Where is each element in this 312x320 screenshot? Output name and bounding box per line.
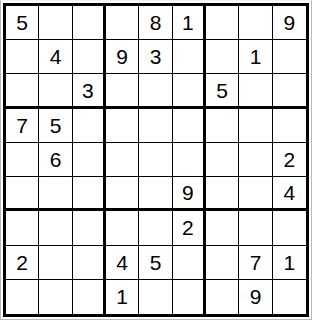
cell-r9c3-empty[interactable]: [73, 280, 106, 314]
cell-r1c5-given: 8: [139, 6, 172, 40]
cell-r3c3-given: 3: [73, 74, 106, 108]
cell-r5c6-empty[interactable]: [173, 143, 206, 177]
cell-r1c8-empty[interactable]: [239, 6, 272, 40]
cell-r4c1-given: 7: [6, 109, 39, 143]
cell-r2c5-given: 3: [139, 40, 172, 74]
cell-r6c8-empty[interactable]: [239, 177, 272, 211]
cell-r2c9-empty[interactable]: [273, 40, 306, 74]
cell-r9c2-empty[interactable]: [39, 280, 72, 314]
cell-r1c7-empty[interactable]: [206, 6, 239, 40]
cell-r7c2-empty[interactable]: [39, 211, 72, 245]
cell-r7c6-given: 2: [173, 211, 206, 245]
cell-r2c6-empty[interactable]: [173, 40, 206, 74]
cell-r3c5-empty[interactable]: [139, 74, 172, 108]
cell-r8c3-empty[interactable]: [73, 246, 106, 280]
cell-r4c6-empty[interactable]: [173, 109, 206, 143]
cell-r6c7-empty[interactable]: [206, 177, 239, 211]
cell-r5c8-empty[interactable]: [239, 143, 272, 177]
cell-r8c9-given: 1: [273, 246, 306, 280]
cell-r1c3-empty[interactable]: [73, 6, 106, 40]
cell-r4c5-empty[interactable]: [139, 109, 172, 143]
cell-r3c8-empty[interactable]: [239, 74, 272, 108]
cell-r7c5-empty[interactable]: [139, 211, 172, 245]
cell-r2c1-empty[interactable]: [6, 40, 39, 74]
cell-r5c9-given: 2: [273, 143, 306, 177]
cell-r3c2-empty[interactable]: [39, 74, 72, 108]
cell-r9c1-empty[interactable]: [6, 280, 39, 314]
cell-r8c7-empty[interactable]: [206, 246, 239, 280]
cell-r1c9-given: 9: [273, 6, 306, 40]
cell-r2c8-given: 1: [239, 40, 272, 74]
cell-r9c4-given: 1: [106, 280, 139, 314]
cell-r3c1-empty[interactable]: [6, 74, 39, 108]
cell-r4c7-empty[interactable]: [206, 109, 239, 143]
cell-r6c9-given: 4: [273, 177, 306, 211]
cell-r7c4-empty[interactable]: [106, 211, 139, 245]
sudoku-frame: 581949313575629422457119: [0, 0, 312, 320]
cell-r5c2-given: 6: [39, 143, 72, 177]
cell-r6c5-empty[interactable]: [139, 177, 172, 211]
cell-r2c2-given: 4: [39, 40, 72, 74]
cell-r7c1-empty[interactable]: [6, 211, 39, 245]
cell-r8c5-given: 5: [139, 246, 172, 280]
cell-r2c7-empty[interactable]: [206, 40, 239, 74]
cell-r7c3-empty[interactable]: [73, 211, 106, 245]
cell-r1c2-empty[interactable]: [39, 6, 72, 40]
cell-r8c1-given: 2: [6, 246, 39, 280]
cell-r4c8-empty[interactable]: [239, 109, 272, 143]
cell-r1c6-given: 1: [173, 6, 206, 40]
cell-r9c5-empty[interactable]: [139, 280, 172, 314]
cell-r9c9-empty[interactable]: [273, 280, 306, 314]
cell-r6c1-empty[interactable]: [6, 177, 39, 211]
sudoku-board: 581949313575629422457119: [3, 3, 309, 317]
cell-r3c9-empty[interactable]: [273, 74, 306, 108]
cell-r5c1-empty[interactable]: [6, 143, 39, 177]
cell-r1c1-given: 5: [6, 6, 39, 40]
cell-r9c7-empty[interactable]: [206, 280, 239, 314]
cell-r7c9-empty[interactable]: [273, 211, 306, 245]
cell-r4c3-empty[interactable]: [73, 109, 106, 143]
cell-r7c8-empty[interactable]: [239, 211, 272, 245]
cell-r8c8-given: 7: [239, 246, 272, 280]
cell-r8c6-empty[interactable]: [173, 246, 206, 280]
cell-r6c6-given: 9: [173, 177, 206, 211]
cell-r4c4-empty[interactable]: [106, 109, 139, 143]
cell-r4c2-given: 5: [39, 109, 72, 143]
cell-r8c4-given: 4: [106, 246, 139, 280]
cell-r5c4-empty[interactable]: [106, 143, 139, 177]
cell-r5c5-empty[interactable]: [139, 143, 172, 177]
cell-r7c7-empty[interactable]: [206, 211, 239, 245]
cell-r8c2-empty[interactable]: [39, 246, 72, 280]
cell-r2c4-given: 9: [106, 40, 139, 74]
cell-r2c3-empty[interactable]: [73, 40, 106, 74]
cell-r5c3-empty[interactable]: [73, 143, 106, 177]
cell-r6c2-empty[interactable]: [39, 177, 72, 211]
cell-r6c3-empty[interactable]: [73, 177, 106, 211]
cell-r4c9-empty[interactable]: [273, 109, 306, 143]
cell-r9c6-empty[interactable]: [173, 280, 206, 314]
cell-r9c8-given: 9: [239, 280, 272, 314]
cell-r3c7-given: 5: [206, 74, 239, 108]
cell-r1c4-empty[interactable]: [106, 6, 139, 40]
cell-r3c4-empty[interactable]: [106, 74, 139, 108]
cell-r5c7-empty[interactable]: [206, 143, 239, 177]
cell-r6c4-empty[interactable]: [106, 177, 139, 211]
cell-r3c6-empty[interactable]: [173, 74, 206, 108]
